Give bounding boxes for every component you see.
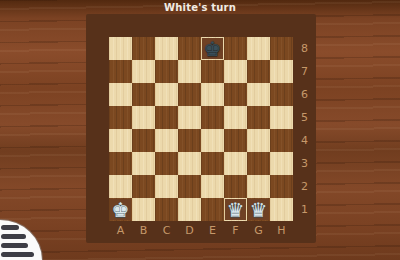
square-a7[interactable] [109, 60, 132, 83]
square-a5[interactable] [109, 106, 132, 129]
square-d2[interactable] [178, 175, 201, 198]
square-c4[interactable] [155, 129, 178, 152]
square-e8[interactable]: ♚ [201, 37, 224, 60]
square-c2[interactable] [155, 175, 178, 198]
square-h3[interactable] [270, 152, 293, 175]
rank-label-2: 2 [293, 175, 316, 198]
square-c7[interactable] [155, 60, 178, 83]
rank-label-5: 5 [293, 106, 316, 129]
square-a6[interactable] [109, 83, 132, 106]
square-g3[interactable] [247, 152, 270, 175]
rank-labels: 87654321 [293, 37, 316, 221]
square-b5[interactable] [132, 106, 155, 129]
hamburger-menu-icon [1, 225, 19, 230]
square-h8[interactable] [270, 37, 293, 60]
square-f8[interactable] [224, 37, 247, 60]
square-a1[interactable]: ♚ [109, 198, 132, 221]
square-b1[interactable] [132, 198, 155, 221]
file-label-d: D [178, 223, 201, 239]
square-a2[interactable] [109, 175, 132, 198]
square-h2[interactable] [270, 175, 293, 198]
square-c6[interactable] [155, 83, 178, 106]
square-f5[interactable] [224, 106, 247, 129]
square-g1[interactable]: ♛ [247, 198, 270, 221]
square-h5[interactable] [270, 106, 293, 129]
square-f7[interactable] [224, 60, 247, 83]
hamburger-menu-icon [1, 252, 34, 257]
square-b6[interactable] [132, 83, 155, 106]
board-grid: ♚♚♛♛ [109, 37, 293, 221]
white-queen-piece[interactable]: ♛ [250, 200, 268, 220]
square-h7[interactable] [270, 60, 293, 83]
square-f6[interactable] [224, 83, 247, 106]
square-d8[interactable] [178, 37, 201, 60]
square-a3[interactable] [109, 152, 132, 175]
square-e2[interactable] [201, 175, 224, 198]
white-queen-piece[interactable]: ♛ [227, 200, 245, 220]
board-frame: ♚♚♛♛ ABCDEFGH 87654321 [86, 14, 316, 243]
turn-status-text: White's turn [0, 2, 400, 13]
square-f4[interactable] [224, 129, 247, 152]
piece-tile: ♛ [248, 199, 269, 220]
file-label-f: F [224, 223, 247, 239]
square-b8[interactable] [132, 37, 155, 60]
file-labels: ABCDEFGH [109, 223, 293, 239]
hamburger-menu-icon [1, 234, 26, 239]
square-b7[interactable] [132, 60, 155, 83]
hamburger-menu-icon [1, 243, 28, 248]
square-b2[interactable] [132, 175, 155, 198]
square-g4[interactable] [247, 129, 270, 152]
square-g6[interactable] [247, 83, 270, 106]
square-e5[interactable] [201, 106, 224, 129]
piece-tile: ♚ [110, 199, 131, 220]
square-e4[interactable] [201, 129, 224, 152]
white-king-piece[interactable]: ♚ [112, 200, 130, 220]
square-h4[interactable] [270, 129, 293, 152]
square-a8[interactable] [109, 37, 132, 60]
rank-label-1: 1 [293, 198, 316, 221]
square-g8[interactable] [247, 37, 270, 60]
square-f3[interactable] [224, 152, 247, 175]
file-label-e: E [201, 223, 224, 239]
file-label-c: C [155, 223, 178, 239]
square-c5[interactable] [155, 106, 178, 129]
square-c3[interactable] [155, 152, 178, 175]
square-e6[interactable] [201, 83, 224, 106]
square-d3[interactable] [178, 152, 201, 175]
square-d4[interactable] [178, 129, 201, 152]
square-g2[interactable] [247, 175, 270, 198]
file-label-a: A [109, 223, 132, 239]
rank-label-6: 6 [293, 83, 316, 106]
chess-app-window: White's turn ♚♚♛♛ ABCDEFGH 87654321 [0, 0, 400, 260]
square-c8[interactable] [155, 37, 178, 60]
square-f1[interactable]: ♛ [224, 198, 247, 221]
square-e1[interactable] [201, 198, 224, 221]
rank-label-4: 4 [293, 129, 316, 152]
square-d1[interactable] [178, 198, 201, 221]
rank-label-7: 7 [293, 60, 316, 83]
piece-tile: ♛ [225, 199, 246, 220]
rank-label-8: 8 [293, 37, 316, 60]
square-f2[interactable] [224, 175, 247, 198]
square-c1[interactable] [155, 198, 178, 221]
rank-label-3: 3 [293, 152, 316, 175]
square-h1[interactable] [270, 198, 293, 221]
file-label-b: B [132, 223, 155, 239]
menu-button[interactable] [0, 220, 42, 260]
black-king-piece[interactable]: ♚ [204, 39, 222, 59]
square-d5[interactable] [178, 106, 201, 129]
square-a4[interactable] [109, 129, 132, 152]
square-b3[interactable] [132, 152, 155, 175]
square-e3[interactable] [201, 152, 224, 175]
square-b4[interactable] [132, 129, 155, 152]
piece-tile: ♚ [202, 38, 223, 59]
square-e7[interactable] [201, 60, 224, 83]
file-label-g: G [247, 223, 270, 239]
square-d7[interactable] [178, 60, 201, 83]
square-g5[interactable] [247, 106, 270, 129]
square-d6[interactable] [178, 83, 201, 106]
square-h6[interactable] [270, 83, 293, 106]
square-g7[interactable] [247, 60, 270, 83]
file-label-h: H [270, 223, 293, 239]
